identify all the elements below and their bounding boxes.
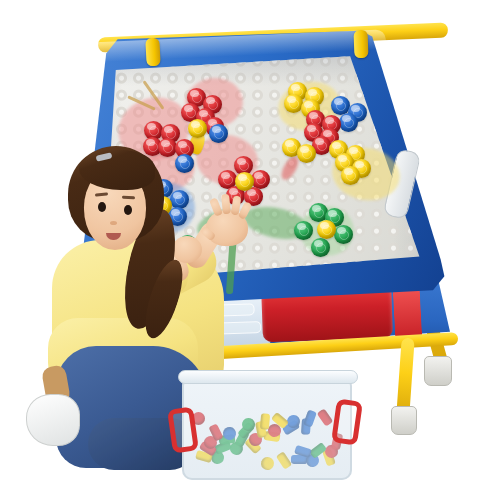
child-eye-right — [124, 205, 132, 215]
product-photo-scene — [0, 0, 485, 500]
peg-blue — [170, 190, 189, 209]
child-eye-left — [98, 202, 106, 212]
bin-rim — [178, 370, 358, 384]
peg-yellow — [235, 172, 254, 191]
child-nose — [110, 221, 117, 225]
peg-blue — [209, 124, 228, 143]
child-left-hand — [172, 236, 202, 263]
peg-yellow — [341, 166, 360, 185]
peg-green — [334, 225, 353, 244]
peg-blue — [339, 113, 358, 132]
peg-green — [311, 238, 330, 257]
peg-yellow — [188, 119, 207, 138]
child-sneaker — [26, 394, 80, 446]
peg-yellow — [297, 144, 316, 163]
bin-front-wall — [182, 376, 352, 480]
peg-yellow — [317, 220, 336, 239]
peg-blue — [175, 154, 194, 173]
peg-yellow — [284, 94, 303, 113]
floor-peg-bin — [182, 370, 352, 482]
peg-green — [294, 221, 313, 240]
